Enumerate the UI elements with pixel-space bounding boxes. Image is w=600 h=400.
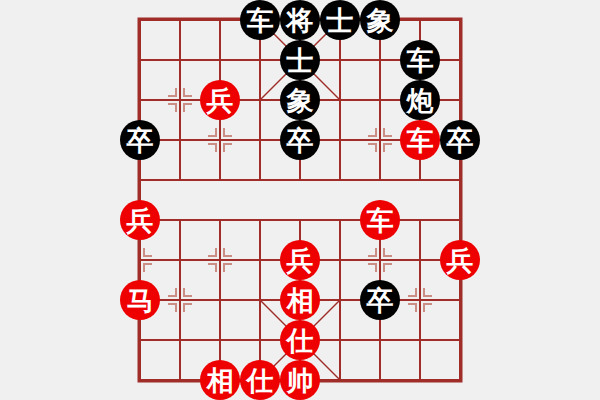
piece-red-elephant[interactable]: 相: [200, 360, 240, 400]
piece-red-soldier[interactable]: 兵: [440, 240, 480, 280]
piece-black-chariot[interactable]: 车: [240, 0, 280, 40]
piece-red-general[interactable]: 帅: [280, 360, 320, 400]
pieces-layer: 车将士象士车兵象炮卒卒车卒兵车兵兵马相卒仕相仕帅: [120, 0, 480, 400]
piece-black-advisor[interactable]: 士: [280, 40, 320, 80]
piece-black-elephant[interactable]: 象: [280, 80, 320, 120]
piece-black-soldier[interactable]: 卒: [440, 120, 480, 160]
piece-black-advisor[interactable]: 士: [320, 0, 360, 40]
xiangqi-board[interactable]: 车将士象士车兵象炮卒卒车卒兵车兵兵马相卒仕相仕帅: [0, 0, 600, 400]
piece-red-chariot[interactable]: 车: [400, 120, 440, 160]
piece-red-soldier[interactable]: 兵: [200, 80, 240, 120]
piece-red-chariot[interactable]: 车: [360, 200, 400, 240]
piece-red-advisor[interactable]: 仕: [240, 360, 280, 400]
piece-red-elephant[interactable]: 相: [280, 280, 320, 320]
piece-black-soldier[interactable]: 卒: [280, 120, 320, 160]
piece-red-soldier[interactable]: 兵: [120, 200, 160, 240]
piece-black-elephant[interactable]: 象: [360, 0, 400, 40]
piece-black-soldier[interactable]: 卒: [120, 120, 160, 160]
piece-black-soldier[interactable]: 卒: [360, 280, 400, 320]
piece-black-general[interactable]: 将: [280, 0, 320, 40]
piece-red-advisor[interactable]: 仕: [280, 320, 320, 360]
piece-black-cannon[interactable]: 炮: [400, 80, 440, 120]
piece-red-soldier[interactable]: 兵: [280, 240, 320, 280]
piece-red-horse[interactable]: 马: [120, 280, 160, 320]
piece-black-chariot[interactable]: 车: [400, 40, 440, 80]
